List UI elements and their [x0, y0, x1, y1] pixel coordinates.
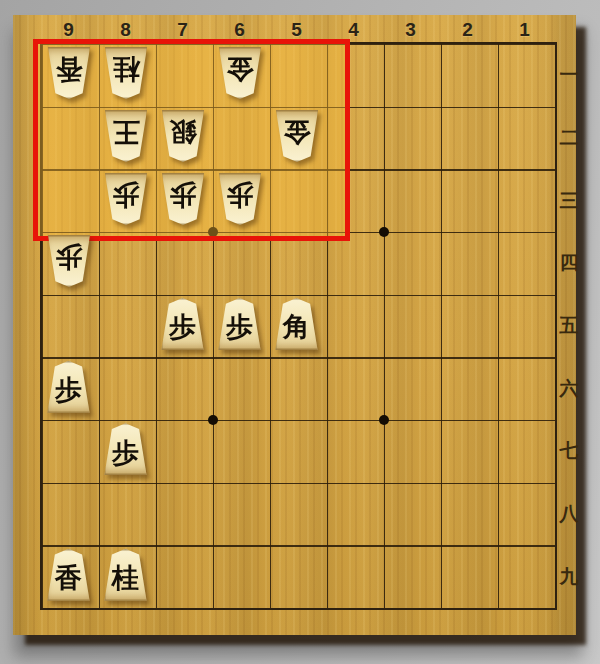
piece-kanji: 歩 — [47, 361, 91, 413]
piece-gote-pawn[interactable]: 歩 — [47, 235, 91, 287]
piece-gote-pawn[interactable]: 歩 — [218, 173, 262, 225]
file-label-8: 8 — [97, 19, 154, 41]
piece-sente-bishop[interactable]: 角 — [275, 298, 319, 350]
piece-gote-lance[interactable]: 香 — [47, 47, 91, 99]
piece-kanji: 角 — [275, 298, 319, 350]
piece-sente-pawn[interactable]: 歩 — [47, 361, 91, 413]
piece-kanji: 桂 — [104, 549, 148, 601]
file-label-5: 5 — [268, 19, 325, 41]
piece-gote-pawn[interactable]: 歩 — [104, 173, 148, 225]
rank-label-8: 八 — [555, 501, 583, 523]
piece-kanji: 歩 — [161, 173, 205, 225]
file-label-9: 9 — [40, 19, 97, 41]
piece-sente-knight[interactable]: 桂 — [104, 549, 148, 601]
piece-kanji: 歩 — [104, 423, 148, 475]
piece-kanji: 金 — [275, 110, 319, 162]
file-label-6: 6 — [211, 19, 268, 41]
piece-gote-silver[interactable]: 銀 — [161, 110, 205, 162]
file-label-3: 3 — [382, 19, 439, 41]
file-label-1: 1 — [496, 19, 553, 41]
piece-kanji: 銀 — [161, 110, 205, 162]
file-label-4: 4 — [325, 19, 382, 41]
piece-gote-pawn[interactable]: 歩 — [161, 173, 205, 225]
rank-label-7: 七 — [555, 438, 583, 460]
star-point — [379, 227, 389, 237]
piece-kanji: 歩 — [104, 173, 148, 225]
piece-sente-lance[interactable]: 香 — [47, 549, 91, 601]
piece-gote-knight[interactable]: 桂 — [104, 47, 148, 99]
piece-kanji: 歩 — [218, 298, 262, 350]
rank-label-4: 四 — [555, 250, 583, 272]
rank-label-6: 六 — [555, 376, 583, 398]
piece-kanji: 王 — [104, 110, 148, 162]
file-label-7: 7 — [154, 19, 211, 41]
piece-kanji: 香 — [47, 549, 91, 601]
piece-kanji: 金 — [218, 47, 262, 99]
piece-gote-gold[interactable]: 金 — [218, 47, 262, 99]
piece-sente-pawn[interactable]: 歩 — [218, 298, 262, 350]
rank-label-3: 三 — [555, 188, 583, 210]
piece-kanji: 桂 — [104, 47, 148, 99]
rank-label-9: 九 — [555, 564, 583, 586]
piece-sente-pawn[interactable]: 歩 — [104, 423, 148, 475]
piece-sente-pawn[interactable]: 歩 — [161, 298, 205, 350]
piece-kanji: 歩 — [47, 235, 91, 287]
star-point — [379, 415, 389, 425]
piece-kanji: 歩 — [161, 298, 205, 350]
rank-label-2: 二 — [555, 125, 583, 147]
rank-label-5: 五 — [555, 313, 583, 335]
piece-kanji: 香 — [47, 47, 91, 99]
piece-gote-king[interactable]: 王 — [104, 110, 148, 162]
rank-label-1: 一 — [555, 62, 583, 84]
piece-gote-gold[interactable]: 金 — [275, 110, 319, 162]
shogi-board[interactable]: 987654321 一二三四五六七八九 香桂金王銀金歩歩歩歩歩歩角歩歩香桂 — [13, 15, 576, 635]
file-label-2: 2 — [439, 19, 496, 41]
star-point — [208, 415, 218, 425]
piece-kanji: 歩 — [218, 173, 262, 225]
